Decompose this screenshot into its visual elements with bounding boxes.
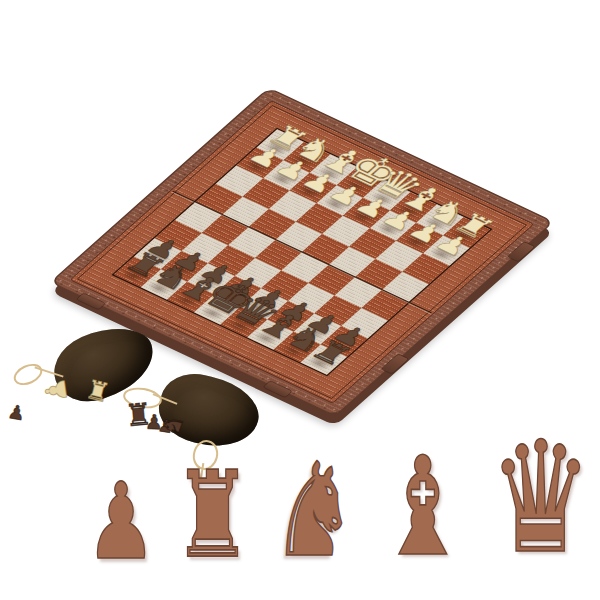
lineup-pawn-icon: ♟ [86,469,157,575]
product-photo-scene: ♜♞♝♚♛♝♞♜♟♟♟♟♟♟♟♟♟♟♟♟♟♟♟♟♜♞♝♚♛♝♞♜ ♟ ♜ ♜ ♟… [0,0,600,600]
walnut-piece-lineup: ♟ ♜ ♞ ♝ ♛ ♚ [78,435,486,575]
lineup-bishop-icon: ♝ [377,439,468,575]
lineup-rook-icon: ♜ [173,456,252,575]
mini-walnut-pawn-edge-icon: ♟ [6,402,26,424]
mini-cream-pawn-lying-icon: ♟ [41,376,72,405]
square-a8: ♜ [300,344,347,375]
lineup-knight-icon: ♞ [270,445,357,575]
lineup-queen-icon: ♛ [489,421,592,575]
mini-cream-rook-icon: ♜ [83,376,112,407]
